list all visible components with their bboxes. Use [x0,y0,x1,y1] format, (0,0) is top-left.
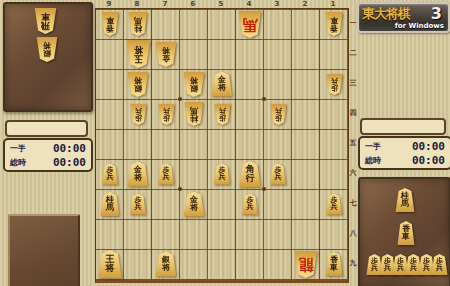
rank-label: 四 [348,98,358,128]
koma-7二[interactable]: 金将 [155,42,177,67]
board-cell[interactable] [236,99,264,129]
rank-label: 八 [348,218,358,248]
board-cell[interactable] [152,69,180,99]
gote-clock-panel: 一手 00:00 総時 00:00 [3,138,93,172]
koma-9九[interactable]: 王将 [98,250,123,278]
empty-tray [8,214,80,286]
board-cell[interactable] [96,129,124,159]
koma-8七[interactable]: 歩兵 [130,194,147,215]
board-cell[interactable] [236,129,264,159]
koma-9七[interactable]: 桂馬 [100,192,120,216]
board-cell[interactable] [124,219,152,249]
board-cell[interactable] [292,39,320,69]
koma-3四[interactable]: 歩兵 [270,104,287,125]
board-cell[interactable] [292,219,320,249]
koma-6七[interactable]: 金将 [183,192,205,217]
koma-6三[interactable]: 銀将 [183,72,205,97]
rank-label: 三 [348,68,358,98]
shogi-board[interactable]: 香車桂馬馬香車玉将金将銀将銀将金将歩兵歩兵歩兵桂馬歩兵歩兵歩兵金将歩兵歩兵角行歩… [95,8,349,283]
file-label: 3 [263,0,291,8]
logo-subtitle: for Windows [395,22,444,30]
board-cell[interactable] [180,249,208,279]
gote-hand-piece[interactable]: 飛車 [34,8,57,34]
koma-5四[interactable]: 歩兵 [214,104,231,125]
board-cell[interactable] [292,99,320,129]
board-cell[interactable] [320,219,348,249]
board-cell[interactable] [264,249,292,279]
koma-7六[interactable]: 歩兵 [158,164,175,185]
board-cell[interactable] [320,39,348,69]
board-cell[interactable] [320,159,348,189]
board-cell[interactable] [292,9,320,39]
file-labels: 987654321 [95,0,347,8]
sente-hand-piece[interactable]: 桂馬 [395,188,415,212]
gote-move-time-label: 一手 [10,143,26,154]
sente-hand-piece[interactable]: 歩兵 [431,254,448,275]
file-label: 5 [207,0,235,8]
logo-title: 東大将棋 [362,5,410,23]
koma-1一[interactable]: 香車 [325,12,343,36]
koma-7九[interactable]: 銀将 [155,252,177,277]
sente-name-bar [360,118,446,135]
koma-5三[interactable]: 金将 [211,72,233,97]
board-cell[interactable] [292,69,320,99]
gote-hand-piece[interactable]: 銀将 [36,37,58,62]
app-logo: 東大将棋 3 for Windows [357,2,450,33]
file-label: 9 [95,0,123,8]
board-cell[interactable] [208,249,236,279]
board-cell[interactable] [264,69,292,99]
board-cell[interactable] [180,159,208,189]
koma-8三[interactable]: 銀将 [127,72,149,97]
board-cell[interactable] [264,189,292,219]
koma-1三[interactable]: 歩兵 [326,74,343,95]
sente-move-time-label: 一手 [365,141,381,152]
board-cell[interactable] [208,39,236,69]
file-label: 4 [235,0,263,8]
board-cell[interactable] [236,219,264,249]
koma-6四[interactable]: 桂馬 [184,102,204,126]
board-cell[interactable] [236,249,264,279]
board-cell[interactable] [96,219,124,249]
koma-9六[interactable]: 歩兵 [102,164,119,185]
board-cell[interactable] [264,129,292,159]
koma-4六[interactable]: 角行 [239,161,262,187]
sente-komadai[interactable]: 桂馬香車歩兵歩兵歩兵歩兵歩兵歩兵 [358,177,450,286]
koma-2九[interactable]: 龍 [294,251,318,278]
rank-label: 二 [348,38,358,68]
file-label: 6 [179,0,207,8]
board-cell[interactable] [320,99,348,129]
board-cell[interactable] [96,39,124,69]
board-cell[interactable] [124,249,152,279]
sente-move-time: 00:00 [412,140,445,153]
board-cell[interactable] [208,129,236,159]
board-cell[interactable] [180,39,208,69]
sente-total-time-label: 総時 [365,155,381,166]
board-cell[interactable] [236,39,264,69]
board-cell[interactable] [208,189,236,219]
sente-clock-panel: 一手 00:00 総時 00:00 [358,136,450,170]
app-window: 飛車銀将 一手 00:00 総時 00:00 987654321 一二三四五六七… [0,0,450,286]
gote-total-time: 00:00 [53,156,86,169]
koma-8二[interactable]: 玉将 [126,40,151,68]
hoshi-dot [262,97,266,101]
board-cell[interactable] [236,69,264,99]
board-cell[interactable] [96,99,124,129]
hoshi-dot [178,187,182,191]
rank-label: 九 [348,248,358,278]
logo-version: 3 [431,4,442,23]
koma-9一[interactable]: 香車 [101,12,119,36]
file-label: 1 [319,0,347,8]
gote-move-time: 00:00 [53,142,86,155]
koma-5六[interactable]: 歩兵 [214,164,231,185]
board-cell[interactable] [180,219,208,249]
rank-labels: 一二三四五六七八九 [348,8,358,278]
koma-4七[interactable]: 歩兵 [242,194,259,215]
board-cell[interactable] [152,9,180,39]
board-cell[interactable] [124,129,152,159]
rank-label: 六 [348,158,358,188]
file-label: 7 [151,0,179,8]
sente-total-time: 00:00 [412,154,445,167]
koma-3六[interactable]: 歩兵 [270,164,287,185]
board-cell[interactable] [292,189,320,219]
koma-7四[interactable]: 歩兵 [158,104,175,125]
rank-label: 五 [348,128,358,158]
file-label: 8 [123,0,151,8]
koma-8四[interactable]: 歩兵 [130,104,147,125]
gote-total-time-label: 総時 [10,157,26,168]
koma-1七[interactable]: 歩兵 [326,194,343,215]
board-cell[interactable] [264,219,292,249]
koma-8六[interactable]: 金将 [127,162,149,187]
board-cell[interactable] [292,129,320,159]
koma-4一[interactable]: 馬 [238,11,262,38]
file-label: 2 [291,0,319,8]
hoshi-dot [262,187,266,191]
board-cell[interactable] [180,9,208,39]
rank-label: 七 [348,188,358,218]
koma-8一[interactable]: 桂馬 [128,12,148,36]
board-cell[interactable] [208,219,236,249]
hoshi-dot [178,97,182,101]
board-cell[interactable] [292,159,320,189]
board-cell[interactable] [264,9,292,39]
board-cell[interactable] [152,129,180,159]
gote-komadai[interactable]: 飛車銀将 [3,2,93,112]
board-cell[interactable] [96,69,124,99]
board-cell[interactable] [152,219,180,249]
board-cell[interactable] [152,189,180,219]
board-cell[interactable] [180,129,208,159]
board-cell[interactable] [264,39,292,69]
gote-name-bar [5,120,88,137]
board-cell[interactable] [320,129,348,159]
koma-1九[interactable]: 香車 [325,252,343,276]
sente-hand-piece[interactable]: 香車 [397,221,415,245]
board-cell[interactable] [208,9,236,39]
